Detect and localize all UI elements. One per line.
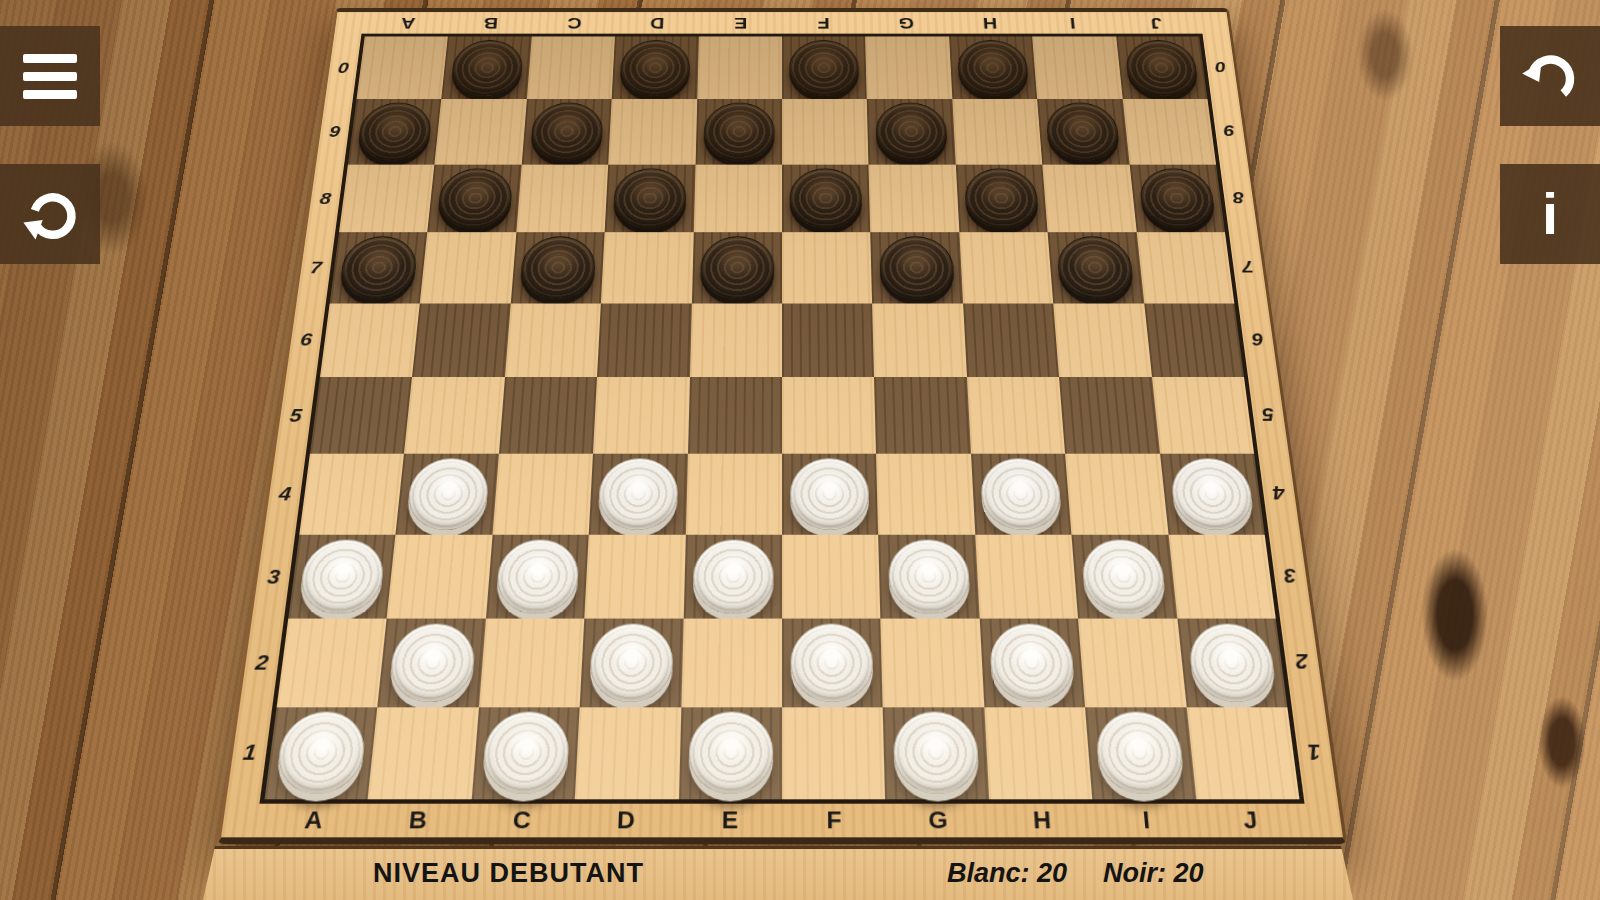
white-piece[interactable] xyxy=(495,539,580,614)
black-piece[interactable] xyxy=(1124,40,1200,96)
square-h3[interactable] xyxy=(975,535,1078,619)
white-piece[interactable] xyxy=(791,624,874,702)
board-frame: ABCDEFGHIJ ABCDEFGHIJ 0987654321 0987654… xyxy=(217,8,1348,844)
white-piece[interactable] xyxy=(387,624,476,702)
black-piece[interactable] xyxy=(875,103,948,161)
info-icon: i xyxy=(1542,185,1558,243)
file-labels-top: ABCDEFGHIJ xyxy=(365,12,1199,33)
square-d3[interactable] xyxy=(584,535,685,619)
coord-label: B xyxy=(364,804,471,838)
square-e3[interactable] xyxy=(683,535,782,619)
square-a3[interactable] xyxy=(288,535,396,619)
square-g8[interactable] xyxy=(869,164,959,232)
square-g9[interactable] xyxy=(867,99,956,164)
square-b10[interactable] xyxy=(442,36,532,99)
coord-label: E xyxy=(678,804,783,838)
square-j5[interactable] xyxy=(1152,377,1255,454)
rotate-board-button[interactable] xyxy=(0,164,100,264)
white-count-label: Blanc: 20 xyxy=(947,858,1067,889)
board-front-panel: NIVEAU DEBUTANT Blanc: 20 Noir: 20 xyxy=(203,846,1353,900)
white-piece[interactable] xyxy=(1169,458,1256,530)
square-b1[interactable] xyxy=(368,707,479,799)
file-labels-bottom: ABCDEFGHIJ xyxy=(260,804,1305,838)
square-a5[interactable] xyxy=(310,377,413,454)
square-e10[interactable] xyxy=(697,36,782,99)
square-b7[interactable] xyxy=(420,232,516,303)
square-f1[interactable] xyxy=(782,707,885,799)
undo-icon xyxy=(1521,47,1579,105)
square-d8[interactable] xyxy=(605,164,695,232)
black-piece[interactable] xyxy=(964,168,1040,228)
square-g4[interactable] xyxy=(876,454,975,535)
white-piece[interactable] xyxy=(1095,712,1187,794)
black-piece[interactable] xyxy=(700,236,774,299)
white-piece[interactable] xyxy=(887,539,970,614)
square-e1[interactable] xyxy=(678,707,782,799)
coord-label: C xyxy=(532,12,617,33)
board-grid xyxy=(259,34,1304,804)
square-h1[interactable] xyxy=(984,707,1092,799)
coord-label: C xyxy=(469,804,575,838)
square-b5[interactable] xyxy=(404,377,505,454)
square-a6[interactable] xyxy=(320,303,420,377)
square-h4[interactable] xyxy=(971,454,1072,535)
square-j9[interactable] xyxy=(1122,99,1216,164)
white-piece[interactable] xyxy=(298,539,387,614)
black-piece[interactable] xyxy=(1137,168,1216,228)
square-h9[interactable] xyxy=(952,99,1042,164)
square-a9[interactable] xyxy=(348,99,442,164)
square-e7[interactable] xyxy=(692,232,782,303)
black-piece[interactable] xyxy=(338,236,419,299)
square-i2[interactable] xyxy=(1078,619,1186,707)
square-f7[interactable] xyxy=(782,232,872,303)
square-b8[interactable] xyxy=(428,164,522,232)
square-c7[interactable] xyxy=(511,232,605,303)
menu-icon xyxy=(23,54,77,99)
coord-label: A xyxy=(260,804,368,838)
coord-label: I xyxy=(1030,12,1115,33)
square-h8[interactable] xyxy=(956,164,1048,232)
square-e2[interactable] xyxy=(681,619,782,707)
square-j3[interactable] xyxy=(1168,535,1276,619)
square-i1[interactable] xyxy=(1085,707,1196,799)
square-f5[interactable] xyxy=(782,377,876,454)
square-i8[interactable] xyxy=(1042,164,1136,232)
coord-label: D xyxy=(573,804,678,838)
square-i5[interactable] xyxy=(1059,377,1160,454)
black-piece[interactable] xyxy=(519,236,597,299)
black-piece[interactable] xyxy=(1056,236,1135,299)
app-screen: ABCDEFGHIJ ABCDEFGHIJ 0987654321 0987654… xyxy=(0,0,1600,900)
square-f3[interactable] xyxy=(782,535,881,619)
black-piece[interactable] xyxy=(879,236,955,299)
square-d6[interactable] xyxy=(597,303,691,377)
square-g3[interactable] xyxy=(879,535,980,619)
square-f2[interactable] xyxy=(782,619,883,707)
score-labels: Blanc: 20 Noir: 20 xyxy=(947,858,1204,889)
coord-label: B xyxy=(448,12,533,33)
square-a10[interactable] xyxy=(356,36,448,99)
white-piece[interactable] xyxy=(274,712,368,794)
black-piece[interactable] xyxy=(790,168,863,228)
square-f6[interactable] xyxy=(782,303,874,377)
square-a4[interactable] xyxy=(299,454,404,535)
square-j6[interactable] xyxy=(1144,303,1244,377)
square-j7[interactable] xyxy=(1136,232,1234,303)
coord-label: H xyxy=(948,12,1033,33)
white-piece[interactable] xyxy=(790,458,869,530)
coord-label: I xyxy=(1093,804,1200,838)
square-i6[interactable] xyxy=(1053,303,1151,377)
black-piece[interactable] xyxy=(703,103,774,161)
square-e8[interactable] xyxy=(693,164,782,232)
black-piece[interactable] xyxy=(613,168,687,228)
coord-label: J xyxy=(1113,12,1199,33)
square-f8[interactable] xyxy=(782,164,871,232)
info-button[interactable]: i xyxy=(1500,164,1600,264)
white-piece[interactable] xyxy=(1081,539,1168,614)
white-piece[interactable] xyxy=(688,712,773,794)
square-f9[interactable] xyxy=(782,99,869,164)
white-piece[interactable] xyxy=(598,458,679,530)
square-j10[interactable] xyxy=(1116,36,1208,99)
square-c8[interactable] xyxy=(516,164,608,232)
square-d9[interactable] xyxy=(608,99,697,164)
square-a8[interactable] xyxy=(339,164,435,232)
square-f4[interactable] xyxy=(782,454,879,535)
square-g7[interactable] xyxy=(871,232,963,303)
menu-button[interactable] xyxy=(0,26,100,126)
square-c9[interactable] xyxy=(522,99,612,164)
square-h10[interactable] xyxy=(949,36,1037,99)
square-h7[interactable] xyxy=(959,232,1053,303)
square-b4[interactable] xyxy=(396,454,499,535)
coord-label: G xyxy=(865,12,949,33)
square-i3[interactable] xyxy=(1072,535,1177,619)
square-d2[interactable] xyxy=(580,619,683,707)
square-c3[interactable] xyxy=(486,535,589,619)
coord-label: F xyxy=(782,12,865,33)
black-piece[interactable] xyxy=(436,168,514,228)
black-piece[interactable] xyxy=(620,40,691,96)
square-a7[interactable] xyxy=(330,232,428,303)
white-piece[interactable] xyxy=(989,624,1076,702)
square-a2[interactable] xyxy=(277,619,387,707)
level-label: NIVEAU DEBUTANT xyxy=(373,858,644,889)
square-j8[interactable] xyxy=(1129,164,1225,232)
square-j4[interactable] xyxy=(1160,454,1265,535)
square-b3[interactable] xyxy=(387,535,492,619)
square-b6[interactable] xyxy=(412,303,510,377)
square-e6[interactable] xyxy=(690,303,782,377)
square-d1[interactable] xyxy=(575,707,681,799)
square-c4[interactable] xyxy=(492,454,593,535)
coord-label: F xyxy=(782,804,887,838)
square-b9[interactable] xyxy=(435,99,527,164)
black-piece[interactable] xyxy=(450,40,524,96)
white-piece[interactable] xyxy=(980,458,1063,530)
white-piece[interactable] xyxy=(892,712,979,794)
coord-label: J xyxy=(1197,804,1305,838)
undo-button[interactable] xyxy=(1500,26,1600,126)
coord-label: H xyxy=(989,804,1095,838)
black-piece[interactable] xyxy=(530,103,604,161)
square-j1[interactable] xyxy=(1186,707,1299,799)
white-piece[interactable] xyxy=(589,624,674,702)
checkers-board: ABCDEFGHIJ ABCDEFGHIJ 0987654321 0987654… xyxy=(217,8,1348,844)
white-piece[interactable] xyxy=(481,712,570,794)
square-h2[interactable] xyxy=(979,619,1085,707)
square-f10[interactable] xyxy=(782,36,867,99)
coord-label: E xyxy=(699,12,782,33)
black-count-label: Noir: 20 xyxy=(1103,858,1204,889)
square-h5[interactable] xyxy=(967,377,1065,454)
coord-label: D xyxy=(615,12,699,33)
square-e5[interactable] xyxy=(688,377,782,454)
black-piece[interactable] xyxy=(356,103,433,161)
square-g1[interactable] xyxy=(883,707,989,799)
coord-label: G xyxy=(886,804,991,838)
black-piece[interactable] xyxy=(789,40,859,96)
square-d7[interactable] xyxy=(601,232,693,303)
black-piece[interactable] xyxy=(1045,103,1121,161)
square-d5[interactable] xyxy=(593,377,689,454)
white-piece[interactable] xyxy=(405,458,490,530)
square-c1[interactable] xyxy=(472,707,580,799)
square-i7[interactable] xyxy=(1048,232,1144,303)
square-g2[interactable] xyxy=(881,619,984,707)
white-piece[interactable] xyxy=(1186,624,1277,702)
square-c5[interactable] xyxy=(499,377,597,454)
square-j2[interactable] xyxy=(1177,619,1287,707)
square-c6[interactable] xyxy=(505,303,601,377)
square-c10[interactable] xyxy=(527,36,615,99)
square-i4[interactable] xyxy=(1065,454,1168,535)
black-piece[interactable] xyxy=(957,40,1030,96)
square-g10[interactable] xyxy=(865,36,952,99)
rotate-icon xyxy=(21,185,79,243)
square-e9[interactable] xyxy=(695,99,782,164)
square-g5[interactable] xyxy=(874,377,970,454)
square-b2[interactable] xyxy=(378,619,486,707)
square-d4[interactable] xyxy=(589,454,688,535)
square-i10[interactable] xyxy=(1032,36,1122,99)
coord-label: A xyxy=(365,12,451,33)
square-h6[interactable] xyxy=(963,303,1059,377)
square-i9[interactable] xyxy=(1037,99,1129,164)
square-c2[interactable] xyxy=(479,619,585,707)
square-d10[interactable] xyxy=(612,36,699,99)
square-g6[interactable] xyxy=(872,303,966,377)
white-piece[interactable] xyxy=(692,539,773,614)
square-e4[interactable] xyxy=(685,454,782,535)
square-a1[interactable] xyxy=(265,707,378,799)
